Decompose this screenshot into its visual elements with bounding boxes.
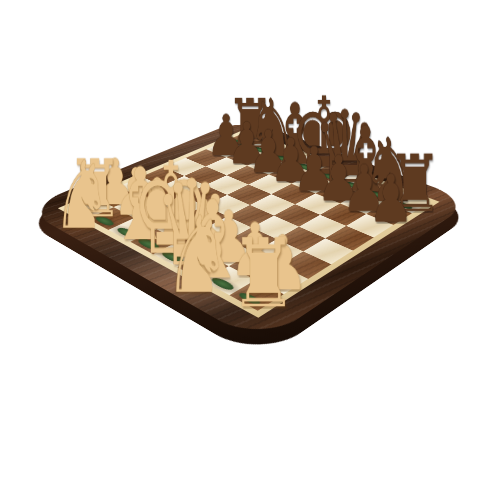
white-knight-g1[interactable]: ♞ xyxy=(88,149,111,243)
black-pawn-b7[interactable]: ♟ xyxy=(342,156,367,220)
board-border-strip: ♜♞♝♚♛♝♞♜♟♟♟♟♟♟♟♟♟♟♟♟♟♟♟♟♜♞♝♚♛♝♞♜ xyxy=(58,129,440,317)
white-bishop-f1[interactable]: ♝ xyxy=(109,155,133,255)
black-pawn-d7[interactable]: ♟ xyxy=(293,139,317,201)
product-photo-stage: ♜♞♝♚♛♝♞♜♟♟♟♟♟♟♟♟♟♟♟♟♟♟♟♟♜♞♝♚♛♝♞♜ xyxy=(0,0,500,500)
square-a1[interactable]: ♜ xyxy=(230,280,284,311)
white-rook-a1[interactable]: ♜ xyxy=(230,226,261,321)
white-knight-b1[interactable]: ♞ xyxy=(204,202,230,308)
board-frame: ♜♞♝♚♛♝♞♜♟♟♟♟♟♟♟♟♟♟♟♟♟♟♟♟♜♞♝♚♛♝♞♜ xyxy=(23,119,472,344)
scene: ♜♞♝♚♛♝♞♜♟♟♟♟♟♟♟♟♟♟♟♟♟♟♟♟♜♞♝♚♛♝♞♜ xyxy=(0,0,500,500)
chess-board[interactable]: ♜♞♝♚♛♝♞♜♟♟♟♟♟♟♟♟♟♟♟♟♟♟♟♟♜♞♝♚♛♝♞♜ xyxy=(23,119,472,344)
white-king-e1[interactable]: ♚ xyxy=(131,146,155,273)
board-grid: ♜♞♝♚♛♝♞♜♟♟♟♟♟♟♟♟♟♟♟♟♟♟♟♟♜♞♝♚♛♝♞♜ xyxy=(68,133,430,311)
